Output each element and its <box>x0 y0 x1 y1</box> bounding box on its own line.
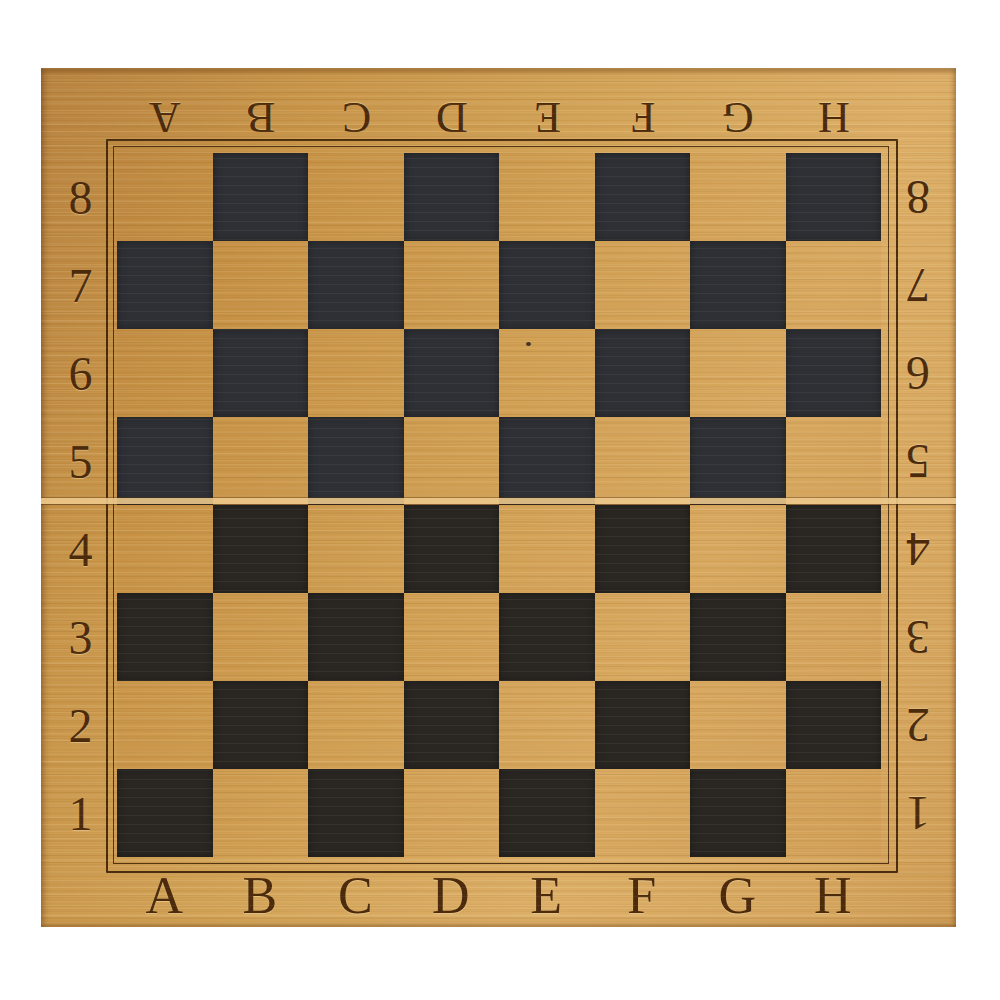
rank-label-left-5: 5 <box>69 434 94 489</box>
rank-label-right-5: 5 <box>905 434 930 489</box>
rank-label-left-6: 6 <box>69 346 94 401</box>
rank-label-right-4: 4 <box>905 522 930 577</box>
file-labels-top: ABCDEFGH <box>117 88 881 146</box>
rank-label-left-2: 2 <box>69 698 94 753</box>
rank-label-right-8: 8 <box>905 170 930 225</box>
rank-label-right-2: 2 <box>905 698 930 753</box>
file-labels-bottom: ABCDEFGH <box>117 866 881 924</box>
rank-label-left-1: 1 <box>69 786 94 841</box>
file-label-bottom-b: B <box>242 866 278 925</box>
file-label-top-e: E <box>533 92 561 143</box>
file-label-bottom-c: C <box>338 866 374 925</box>
file-label-bottom-a: A <box>145 866 184 925</box>
rank-label-left-3: 3 <box>69 610 94 665</box>
file-label-bottom-f: F <box>627 866 657 925</box>
file-label-bottom-g: G <box>718 866 757 925</box>
rank-label-left-7: 7 <box>69 258 94 313</box>
file-label-top-h: H <box>817 92 850 143</box>
file-label-bottom-e: E <box>530 866 563 925</box>
fold-seam <box>41 497 956 506</box>
rank-label-right-1: 1 <box>905 786 930 841</box>
file-label-top-f: F <box>630 92 655 143</box>
rank-label-left-4: 4 <box>69 522 94 577</box>
rank-label-right-6: 6 <box>905 346 930 401</box>
file-label-top-c: C <box>341 92 371 143</box>
file-label-bottom-h: H <box>814 866 853 925</box>
file-label-bottom-d: D <box>432 866 471 925</box>
board-photo: ABCDEFGH ABCDEFGH 87654321 87654321 <box>0 0 1000 1000</box>
file-label-top-d: D <box>435 92 468 143</box>
rank-label-left-8: 8 <box>69 170 94 225</box>
file-label-top-g: G <box>721 92 754 143</box>
file-label-top-a: A <box>148 92 181 143</box>
chessboard: ABCDEFGH ABCDEFGH 87654321 87654321 <box>41 68 956 927</box>
wood-speck <box>526 342 531 346</box>
rank-label-right-7: 7 <box>905 258 930 313</box>
file-label-top-b: B <box>245 92 275 143</box>
rank-label-right-3: 3 <box>905 610 930 665</box>
